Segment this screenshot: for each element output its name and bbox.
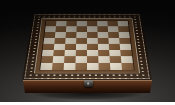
square-d2	[76, 56, 87, 63]
square-g1	[110, 63, 122, 70]
square-c1	[64, 63, 76, 70]
inner-wood-frame	[34, 18, 140, 73]
square-f2	[98, 56, 110, 63]
ornament-inlay-border	[24, 14, 150, 78]
square-h1	[121, 63, 133, 70]
square-b2	[53, 56, 65, 63]
photo-backdrop	[0, 0, 175, 102]
product-photo-frame	[0, 0, 175, 105]
square-d1	[75, 63, 87, 70]
square-f1	[98, 63, 110, 70]
square-g2	[110, 56, 122, 63]
chess-box-top	[22, 14, 152, 80]
square-a1	[40, 63, 52, 70]
square-a2	[41, 56, 53, 63]
chess-board	[39, 21, 135, 71]
page-background-strip	[0, 102, 175, 105]
square-h2	[121, 56, 133, 63]
square-e1	[87, 63, 99, 70]
latch-icon	[84, 80, 93, 87]
square-b1	[52, 63, 64, 70]
square-c2	[64, 56, 76, 63]
square-e2	[87, 56, 98, 63]
